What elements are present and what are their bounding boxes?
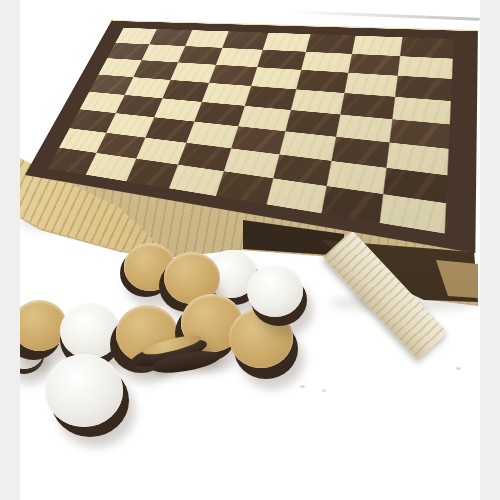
left-gutter-bar bbox=[0, 0, 20, 500]
pieces-pile bbox=[0, 0, 500, 500]
right-gutter-bar bbox=[480, 0, 500, 500]
checker-piece-white bbox=[60, 303, 120, 359]
product-photo-canvas bbox=[0, 0, 500, 500]
checker-piece-natural bbox=[229, 308, 293, 368]
checker-piece-white bbox=[247, 265, 303, 317]
checker-piece-white bbox=[45, 354, 123, 427]
scene bbox=[0, 0, 500, 500]
